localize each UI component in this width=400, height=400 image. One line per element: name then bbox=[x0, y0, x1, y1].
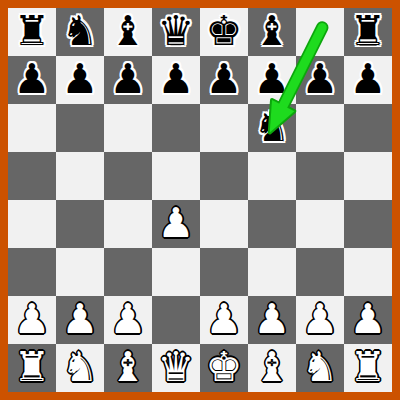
piece-black-pawn: ♟ bbox=[158, 56, 195, 103]
square-h3[interactable] bbox=[344, 248, 392, 296]
square-a5[interactable] bbox=[8, 152, 56, 200]
piece-white-king: ♚ bbox=[206, 344, 243, 391]
square-d5[interactable] bbox=[152, 152, 200, 200]
square-a7[interactable]: ♟ bbox=[8, 56, 56, 104]
square-c1[interactable]: ♝ bbox=[104, 344, 152, 392]
square-h4[interactable] bbox=[344, 200, 392, 248]
square-e4[interactable] bbox=[200, 200, 248, 248]
square-e1[interactable]: ♚ bbox=[200, 344, 248, 392]
piece-black-rook: ♜ bbox=[14, 8, 51, 55]
square-e2[interactable]: ♟ bbox=[200, 296, 248, 344]
square-f1[interactable]: ♝ bbox=[248, 344, 296, 392]
piece-black-pawn: ♟ bbox=[302, 56, 339, 103]
square-b1[interactable]: ♞ bbox=[56, 344, 104, 392]
square-b5[interactable] bbox=[56, 152, 104, 200]
piece-black-king: ♚ bbox=[206, 8, 243, 55]
piece-white-rook: ♜ bbox=[14, 344, 51, 391]
piece-white-bishop: ♝ bbox=[254, 344, 291, 391]
square-c4[interactable] bbox=[104, 200, 152, 248]
square-b7[interactable]: ♟ bbox=[56, 56, 104, 104]
square-f6[interactable]: ♞ bbox=[248, 104, 296, 152]
square-b8[interactable]: ♞ bbox=[56, 8, 104, 56]
square-d1[interactable]: ♛ bbox=[152, 344, 200, 392]
square-h7[interactable]: ♟ bbox=[344, 56, 392, 104]
square-e7[interactable]: ♟ bbox=[200, 56, 248, 104]
piece-white-knight: ♞ bbox=[302, 344, 339, 391]
piece-black-bishop: ♝ bbox=[110, 8, 147, 55]
square-a2[interactable]: ♟ bbox=[8, 296, 56, 344]
square-f7[interactable]: ♟ bbox=[248, 56, 296, 104]
piece-white-pawn: ♟ bbox=[254, 296, 291, 343]
square-d3[interactable] bbox=[152, 248, 200, 296]
piece-black-knight: ♞ bbox=[62, 8, 99, 55]
square-c2[interactable]: ♟ bbox=[104, 296, 152, 344]
square-h2[interactable]: ♟ bbox=[344, 296, 392, 344]
square-f2[interactable]: ♟ bbox=[248, 296, 296, 344]
square-a6[interactable] bbox=[8, 104, 56, 152]
square-g2[interactable]: ♟ bbox=[296, 296, 344, 344]
piece-black-pawn: ♟ bbox=[62, 56, 99, 103]
square-c5[interactable] bbox=[104, 152, 152, 200]
piece-black-bishop: ♝ bbox=[254, 8, 291, 55]
square-f8[interactable]: ♝ bbox=[248, 8, 296, 56]
square-f4[interactable] bbox=[248, 200, 296, 248]
piece-white-pawn: ♟ bbox=[206, 296, 243, 343]
square-c6[interactable] bbox=[104, 104, 152, 152]
square-f5[interactable] bbox=[248, 152, 296, 200]
piece-black-queen: ♛ bbox=[158, 8, 195, 55]
piece-white-pawn: ♟ bbox=[14, 296, 51, 343]
square-a8[interactable]: ♜ bbox=[8, 8, 56, 56]
square-f3[interactable] bbox=[248, 248, 296, 296]
square-g8[interactable] bbox=[296, 8, 344, 56]
piece-white-pawn: ♟ bbox=[62, 296, 99, 343]
chess-board: ♜♞♝♛♚♝♜♟♟♟♟♟♟♟♟♞♟♟♟♟♟♟♟♟♜♞♝♛♚♝♞♜ bbox=[8, 8, 392, 392]
square-h5[interactable] bbox=[344, 152, 392, 200]
square-b2[interactable]: ♟ bbox=[56, 296, 104, 344]
square-b6[interactable] bbox=[56, 104, 104, 152]
square-e5[interactable] bbox=[200, 152, 248, 200]
piece-black-pawn: ♟ bbox=[254, 56, 291, 103]
square-d7[interactable]: ♟ bbox=[152, 56, 200, 104]
square-c3[interactable] bbox=[104, 248, 152, 296]
square-d4[interactable]: ♟ bbox=[152, 200, 200, 248]
piece-white-rook: ♜ bbox=[350, 344, 387, 391]
square-d6[interactable] bbox=[152, 104, 200, 152]
square-e3[interactable] bbox=[200, 248, 248, 296]
piece-black-pawn: ♟ bbox=[350, 56, 387, 103]
piece-white-queen: ♛ bbox=[158, 344, 195, 391]
square-g5[interactable] bbox=[296, 152, 344, 200]
piece-white-knight: ♞ bbox=[62, 344, 99, 391]
square-e6[interactable] bbox=[200, 104, 248, 152]
square-g7[interactable]: ♟ bbox=[296, 56, 344, 104]
square-g3[interactable] bbox=[296, 248, 344, 296]
square-b3[interactable] bbox=[56, 248, 104, 296]
square-a3[interactable] bbox=[8, 248, 56, 296]
piece-black-knight: ♞ bbox=[254, 104, 291, 151]
square-c8[interactable]: ♝ bbox=[104, 8, 152, 56]
square-h6[interactable] bbox=[344, 104, 392, 152]
square-a4[interactable] bbox=[8, 200, 56, 248]
square-g6[interactable] bbox=[296, 104, 344, 152]
piece-white-pawn: ♟ bbox=[158, 200, 195, 247]
chess-board-frame: ♜♞♝♛♚♝♜♟♟♟♟♟♟♟♟♞♟♟♟♟♟♟♟♟♜♞♝♛♚♝♞♜ bbox=[0, 0, 400, 400]
square-d8[interactable]: ♛ bbox=[152, 8, 200, 56]
piece-black-rook: ♜ bbox=[350, 8, 387, 55]
square-c7[interactable]: ♟ bbox=[104, 56, 152, 104]
piece-white-pawn: ♟ bbox=[110, 296, 147, 343]
square-d2[interactable] bbox=[152, 296, 200, 344]
square-a1[interactable]: ♜ bbox=[8, 344, 56, 392]
square-g4[interactable] bbox=[296, 200, 344, 248]
square-e8[interactable]: ♚ bbox=[200, 8, 248, 56]
piece-black-pawn: ♟ bbox=[206, 56, 243, 103]
square-h8[interactable]: ♜ bbox=[344, 8, 392, 56]
piece-black-pawn: ♟ bbox=[110, 56, 147, 103]
square-g1[interactable]: ♞ bbox=[296, 344, 344, 392]
square-b4[interactable] bbox=[56, 200, 104, 248]
piece-white-pawn: ♟ bbox=[302, 296, 339, 343]
square-h1[interactable]: ♜ bbox=[344, 344, 392, 392]
piece-white-pawn: ♟ bbox=[350, 296, 387, 343]
piece-white-bishop: ♝ bbox=[110, 344, 147, 391]
piece-black-pawn: ♟ bbox=[14, 56, 51, 103]
